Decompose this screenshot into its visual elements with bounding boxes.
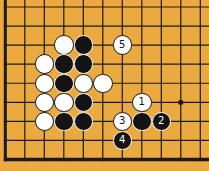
move-number-label: 3 (119, 116, 125, 126)
move-number-label: 2 (158, 116, 164, 126)
stone-black-move-2[interactable]: 2 (152, 112, 171, 131)
move-number-label: 5 (119, 40, 125, 50)
stone-black[interactable] (74, 112, 93, 131)
go-board[interactable]: 51324 (0, 0, 209, 171)
stone-black[interactable] (74, 35, 93, 54)
stone-white[interactable] (35, 54, 54, 73)
stone-white[interactable] (35, 74, 54, 93)
stone-black[interactable] (54, 74, 73, 93)
stone-black[interactable] (74, 93, 93, 112)
stone-black[interactable] (132, 112, 151, 131)
stone-black-move-4[interactable]: 4 (113, 131, 132, 150)
stone-white[interactable] (93, 74, 112, 93)
stones-layer: 51324 (0, 0, 209, 169)
stone-black[interactable] (54, 112, 73, 131)
move-number-label: 1 (139, 97, 145, 107)
stone-white[interactable] (35, 112, 54, 131)
stone-white-move-3[interactable]: 3 (113, 112, 132, 131)
stone-white[interactable] (54, 93, 73, 112)
stone-white[interactable] (74, 74, 93, 93)
stone-black[interactable] (54, 54, 73, 73)
stone-white-move-5[interactable]: 5 (113, 35, 132, 54)
stone-white[interactable] (35, 93, 54, 112)
stone-black[interactable] (74, 54, 93, 73)
stone-white[interactable] (54, 35, 73, 54)
stone-white-move-1[interactable]: 1 (132, 93, 151, 112)
move-number-label: 4 (119, 135, 125, 145)
